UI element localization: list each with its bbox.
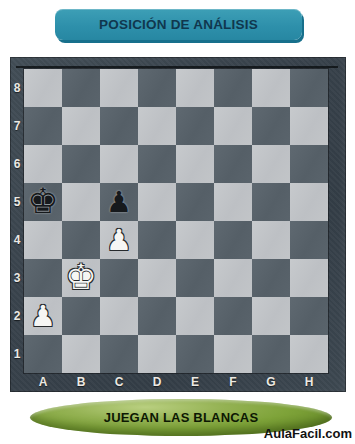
file-labels: ABCDEFGH — [24, 374, 328, 392]
square-h5 — [290, 183, 328, 221]
square-a6 — [24, 145, 62, 183]
square-g4 — [252, 221, 290, 259]
square-b4 — [62, 221, 100, 259]
square-d5 — [138, 183, 176, 221]
square-f2 — [214, 297, 252, 335]
square-g8 — [252, 69, 290, 107]
square-f5 — [214, 183, 252, 221]
square-f3 — [214, 259, 252, 297]
board-grid: ♚♟♟♚♟ — [24, 69, 328, 373]
square-g1 — [252, 335, 290, 373]
square-e8 — [176, 69, 214, 107]
file-label-g: G — [252, 374, 290, 392]
square-a8 — [24, 69, 62, 107]
square-d7 — [138, 107, 176, 145]
square-f1 — [214, 335, 252, 373]
square-e1 — [176, 335, 214, 373]
watermark: AulaFacil.com — [264, 426, 352, 441]
rank-label-7: 7 — [10, 107, 24, 145]
page-title: POSICIÓN DE ANÁLISIS — [99, 17, 258, 32]
square-b5 — [62, 183, 100, 221]
square-h8 — [290, 69, 328, 107]
square-a4 — [24, 221, 62, 259]
file-label-b: B — [62, 374, 100, 392]
square-b1 — [62, 335, 100, 373]
square-c6 — [100, 145, 138, 183]
square-a5: ♚ — [24, 183, 62, 221]
square-d8 — [138, 69, 176, 107]
square-h3 — [290, 259, 328, 297]
file-label-d: D — [138, 374, 176, 392]
square-c4: ♟ — [100, 221, 138, 259]
square-b7 — [62, 107, 100, 145]
square-f6 — [214, 145, 252, 183]
square-b2 — [62, 297, 100, 335]
square-b6 — [62, 145, 100, 183]
rank-label-4: 4 — [10, 221, 24, 259]
square-d2 — [138, 297, 176, 335]
square-f4 — [214, 221, 252, 259]
black-pawn-c5: ♟ — [106, 188, 132, 217]
square-d4 — [138, 221, 176, 259]
rank-label-1: 1 — [10, 335, 24, 373]
square-c2 — [100, 297, 138, 335]
square-c7 — [100, 107, 138, 145]
rank-label-6: 6 — [10, 145, 24, 183]
white-king-b3: ♚ — [65, 260, 96, 295]
square-g3 — [252, 259, 290, 297]
square-f7 — [214, 107, 252, 145]
chess-board: 87654321 ♚♟♟♚♟ ABCDEFGH — [10, 57, 346, 392]
page: POSICIÓN DE ANÁLISIS 87654321 ♚♟♟♚♟ ABCD… — [0, 0, 355, 444]
square-e5 — [176, 183, 214, 221]
turn-indicator-label: JUEGAN LAS BLANCAS — [104, 410, 259, 425]
square-c5: ♟ — [100, 183, 138, 221]
file-label-h: H — [290, 374, 328, 392]
square-a3 — [24, 259, 62, 297]
square-f8 — [214, 69, 252, 107]
square-g5 — [252, 183, 290, 221]
square-e2 — [176, 297, 214, 335]
square-d6 — [138, 145, 176, 183]
rank-label-2: 2 — [10, 297, 24, 335]
file-label-a: A — [24, 374, 62, 392]
square-b8 — [62, 69, 100, 107]
square-d3 — [138, 259, 176, 297]
square-d1 — [138, 335, 176, 373]
square-a2: ♟ — [24, 297, 62, 335]
square-e4 — [176, 221, 214, 259]
square-b3: ♚ — [62, 259, 100, 297]
file-label-c: C — [100, 374, 138, 392]
square-a1 — [24, 335, 62, 373]
square-h7 — [290, 107, 328, 145]
square-c1 — [100, 335, 138, 373]
square-c3 — [100, 259, 138, 297]
board-top-edge-line — [16, 66, 338, 68]
file-label-e: E — [176, 374, 214, 392]
file-label-f: F — [214, 374, 252, 392]
square-e6 — [176, 145, 214, 183]
square-h2 — [290, 297, 328, 335]
square-h1 — [290, 335, 328, 373]
rank-label-3: 3 — [10, 259, 24, 297]
square-g2 — [252, 297, 290, 335]
square-h6 — [290, 145, 328, 183]
white-pawn-c4: ♟ — [106, 226, 132, 255]
square-e7 — [176, 107, 214, 145]
square-e3 — [176, 259, 214, 297]
square-c8 — [100, 69, 138, 107]
rank-label-8: 8 — [10, 69, 24, 107]
black-king-a5: ♚ — [27, 184, 58, 219]
top-banner: POSICIÓN DE ANÁLISIS — [55, 9, 302, 40]
square-g6 — [252, 145, 290, 183]
square-a7 — [24, 107, 62, 145]
rank-labels: 87654321 — [10, 69, 24, 373]
square-g7 — [252, 107, 290, 145]
white-pawn-a2: ♟ — [30, 302, 56, 331]
square-h4 — [290, 221, 328, 259]
rank-label-5: 5 — [10, 183, 24, 221]
